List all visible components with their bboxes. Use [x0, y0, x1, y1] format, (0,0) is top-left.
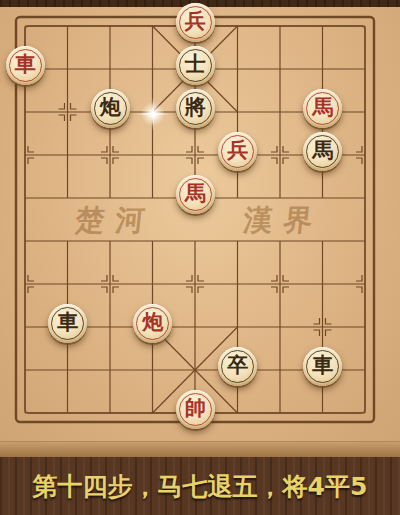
xiangqi-app: 楚河 漢界 兵車士炮將馬兵馬馬車炮卒車帥 第十四步，马七退五，将4平5 [0, 0, 400, 515]
piece-red-soldier[interactable]: 兵 [218, 132, 257, 171]
piece-glyph: 兵 [185, 11, 206, 32]
piece-red-chariot[interactable]: 車 [6, 46, 45, 85]
piece-glyph: 車 [312, 355, 333, 376]
move-status-bar: 第十四步，马七退五，将4平5 [0, 457, 400, 515]
piece-glyph: 炮 [100, 97, 121, 118]
board-bottom-edge [0, 441, 400, 458]
piece-black-cannon[interactable]: 炮 [91, 89, 130, 128]
piece-black-chariot[interactable]: 車 [303, 347, 342, 386]
piece-glyph: 車 [57, 312, 78, 333]
piece-glyph: 馬 [185, 183, 206, 204]
piece-black-soldier[interactable]: 卒 [218, 347, 257, 386]
piece-glyph: 馬 [312, 97, 333, 118]
piece-red-horse[interactable]: 馬 [176, 175, 215, 214]
piece-glyph: 炮 [142, 312, 163, 333]
piece-glyph: 馬 [312, 140, 333, 161]
piece-red-horse[interactable]: 馬 [303, 89, 342, 128]
piece-grid: 兵車士炮將馬兵馬馬車炮卒車帥 [4, 4, 387, 434]
piece-glyph: 車 [15, 54, 36, 75]
piece-black-advisor[interactable]: 士 [176, 46, 215, 85]
piece-glyph: 士 [185, 54, 206, 75]
piece-red-cannon[interactable]: 炮 [133, 304, 172, 343]
piece-glyph: 卒 [227, 355, 248, 376]
piece-black-general[interactable]: 將 [176, 89, 215, 128]
piece-black-chariot[interactable]: 車 [48, 304, 87, 343]
piece-red-general[interactable]: 帥 [176, 390, 215, 429]
piece-glyph: 將 [185, 97, 206, 118]
piece-black-horse[interactable]: 馬 [303, 132, 342, 171]
piece-red-soldier[interactable]: 兵 [176, 3, 215, 42]
piece-glyph: 帥 [185, 398, 206, 419]
move-text: 第十四步，马七退五，将4平5 [33, 470, 368, 503]
piece-glyph: 兵 [227, 140, 248, 161]
